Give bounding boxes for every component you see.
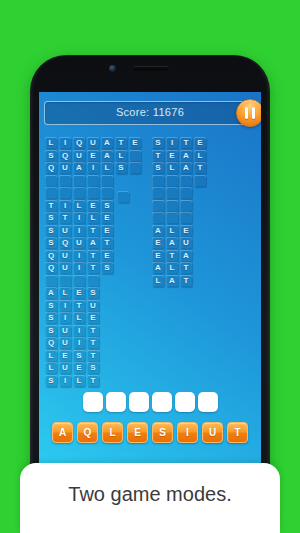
empty-tile — [166, 187, 178, 198]
empty-tile — [166, 200, 178, 211]
letter-tile: L — [45, 350, 57, 361]
empty-tile — [101, 187, 113, 198]
empty-tile — [59, 175, 71, 186]
letter-tile: S — [87, 362, 99, 373]
letter-tile: Q — [73, 137, 85, 148]
letter-tile: T — [194, 162, 206, 173]
letter-tile: L — [73, 375, 85, 386]
empty-tile — [117, 191, 129, 202]
letter-tile: S — [101, 262, 113, 273]
word-row: ETA — [152, 250, 206, 261]
word-row: LUES — [45, 362, 141, 373]
green-background: Score: 11676 LIQUATESQUEALQUAILSTILESSTI… — [0, 0, 300, 533]
phone-frame: Score: 11676 LIQUATESQUEALQUAILSTILESSTI… — [30, 55, 270, 533]
word-row: ALE — [152, 225, 206, 236]
letter-tile: U — [59, 262, 71, 273]
letter-tile: S — [45, 150, 57, 161]
letter-tile: E — [194, 137, 206, 148]
letter-tile: I — [73, 325, 85, 336]
letter-tile: T — [87, 350, 99, 361]
word-row: QUITS — [45, 262, 141, 273]
letter-tile: Q — [45, 250, 57, 261]
letter-tile: T — [87, 225, 99, 236]
rack-letter-tile[interactable]: S — [152, 422, 173, 443]
empty-tile — [180, 212, 192, 223]
rack-letter-tile[interactable]: Q — [77, 422, 98, 443]
empty-tile — [152, 187, 164, 198]
empty-tile — [194, 175, 206, 186]
empty-tile — [59, 275, 71, 286]
answer-slot[interactable] — [83, 392, 103, 412]
word-row: ALT — [152, 262, 206, 273]
empty-tile — [166, 212, 178, 223]
letter-tile: I — [59, 312, 71, 323]
letter-tile: A — [152, 262, 164, 273]
word-row: SUIT — [45, 325, 141, 336]
letter-tile: A — [180, 150, 192, 161]
word-row: SUITE — [45, 225, 141, 236]
letter-tile: E — [73, 287, 85, 298]
word-grid-right: SITETEALSLATALEEAUETAALTLAT — [152, 137, 206, 287]
letter-tile: I — [73, 250, 85, 261]
rack-letter-tile[interactable]: A — [52, 422, 73, 443]
word-row — [152, 187, 206, 198]
answer-slot[interactable] — [175, 392, 195, 412]
letter-tile: A — [101, 150, 113, 161]
letter-tile: U — [87, 137, 99, 148]
letter-rack: AQLESIUT — [39, 422, 261, 443]
letter-tile: S — [115, 162, 127, 173]
empty-tile — [152, 212, 164, 223]
letter-tile: T — [180, 275, 192, 286]
letter-tile: U — [59, 362, 71, 373]
letter-tile: E — [87, 200, 99, 211]
letter-tile: U — [59, 250, 71, 261]
letter-tile: S — [45, 212, 57, 223]
letter-tile: I — [59, 200, 71, 211]
letter-tile: S — [152, 137, 164, 148]
letter-tile: S — [45, 225, 57, 236]
empty-tile — [152, 175, 164, 186]
letter-tile: S — [45, 375, 57, 386]
letter-tile: L — [166, 262, 178, 273]
game-screen: Score: 11676 LIQUATESQUEALQUAILSTILESSTI… — [39, 92, 261, 463]
letter-tile: A — [180, 162, 192, 173]
letter-tile: T — [101, 237, 113, 248]
pause-icon — [245, 107, 255, 119]
letter-tile: T — [180, 137, 192, 148]
word-row: EAU — [152, 237, 206, 248]
letter-tile: U — [87, 300, 99, 311]
word-row: SILT — [45, 375, 141, 386]
letter-tile: I — [73, 212, 85, 223]
letter-tile: S — [45, 312, 57, 323]
letter-tile: A — [180, 250, 192, 261]
letter-tile: S — [152, 162, 164, 173]
empty-tile — [129, 150, 141, 161]
word-row: STILE — [45, 212, 141, 223]
letter-tile: L — [87, 212, 99, 223]
letter-tile: L — [73, 200, 85, 211]
letter-tile: L — [166, 162, 178, 173]
word-row: SQUEAL — [45, 150, 141, 161]
word-row — [152, 175, 206, 186]
rack-letter-tile[interactable]: U — [202, 422, 223, 443]
letter-tile: S — [45, 325, 57, 336]
speaker-slit — [133, 66, 169, 71]
answer-slot[interactable] — [129, 392, 149, 412]
pause-button[interactable] — [236, 99, 261, 127]
word-row — [45, 175, 141, 186]
camera-dot-icon — [109, 65, 116, 72]
empty-tile — [45, 187, 57, 198]
empty-tile — [166, 175, 178, 186]
empty-tile — [101, 175, 113, 186]
empty-tile — [152, 200, 164, 211]
answer-slot-row — [39, 392, 261, 412]
letter-tile: S — [45, 300, 57, 311]
letter-tile: T — [115, 137, 127, 148]
letter-tile: T — [166, 250, 178, 261]
empty-tile — [180, 200, 192, 211]
letter-tile: U — [59, 225, 71, 236]
letter-tile: L — [166, 225, 178, 236]
letter-tile: I — [73, 262, 85, 273]
word-row: LAT — [152, 275, 206, 286]
empty-tile — [73, 187, 85, 198]
empty-tile — [45, 275, 57, 286]
letter-tile: L — [73, 312, 85, 323]
empty-tile — [180, 187, 192, 198]
letter-tile: I — [166, 137, 178, 148]
word-row: LEST — [45, 350, 141, 361]
letter-tile: Q — [45, 337, 57, 348]
letter-tile: A — [87, 237, 99, 248]
answer-slot[interactable] — [152, 392, 172, 412]
letter-tile: U — [73, 150, 85, 161]
letter-tile: L — [152, 275, 164, 286]
letter-tile: E — [152, 250, 164, 261]
letter-tile: L — [45, 362, 57, 373]
empty-tile — [73, 275, 85, 286]
word-row: ALES — [45, 287, 141, 298]
letter-tile: T — [87, 375, 99, 386]
letter-tile: T — [87, 250, 99, 261]
empty-tile — [59, 187, 71, 198]
word-row: SITU — [45, 300, 141, 311]
answer-slot[interactable] — [106, 392, 126, 412]
letter-tile: U — [59, 325, 71, 336]
letter-tile: U — [73, 237, 85, 248]
letter-tile: T — [59, 212, 71, 223]
rack-letter-tile[interactable]: E — [127, 422, 148, 443]
letter-tile: E — [73, 362, 85, 373]
letter-tile: L — [59, 287, 71, 298]
letter-tile: T — [180, 262, 192, 273]
word-row: LIQUATE — [45, 137, 141, 148]
word-row — [45, 187, 141, 198]
word-row: SQUAT — [45, 237, 141, 248]
letter-tile: T — [45, 200, 57, 211]
letter-tile: T — [152, 150, 164, 161]
letter-tile: I — [73, 225, 85, 236]
letter-tile: A — [45, 287, 57, 298]
letter-tile: E — [152, 237, 164, 248]
letter-tile: L — [194, 150, 206, 161]
letter-tile: Q — [59, 150, 71, 161]
rack-letter-tile[interactable]: L — [102, 422, 123, 443]
word-row: TEAL — [152, 150, 206, 161]
letter-tile: T — [73, 300, 85, 311]
word-row — [45, 275, 141, 286]
caption-panel: Two game modes. — [20, 463, 280, 533]
letter-tile: U — [180, 237, 192, 248]
letter-tile: U — [59, 162, 71, 173]
caption-text: Two game modes. — [20, 463, 280, 506]
letter-tile: E — [180, 225, 192, 236]
letter-tile: E — [87, 150, 99, 161]
letter-tile: S — [45, 237, 57, 248]
letter-tile: Q — [59, 237, 71, 248]
empty-tile — [87, 175, 99, 186]
letter-tile: A — [152, 225, 164, 236]
score-text: Score: 11676 — [45, 102, 255, 123]
empty-tile — [45, 175, 57, 186]
word-grid-left: LIQUATESQUEALQUAILSTILESSTILESUITESQUATQ… — [45, 137, 141, 387]
letter-tile: Q — [45, 262, 57, 273]
letter-tile: S — [87, 287, 99, 298]
empty-tile — [129, 162, 141, 173]
score-bar: Score: 11676 — [44, 101, 256, 125]
letter-tile: T — [87, 337, 99, 348]
empty-tile — [180, 175, 192, 186]
letter-tile: Q — [45, 162, 57, 173]
word-row: QUIT — [45, 337, 141, 348]
letter-tile: A — [73, 162, 85, 173]
empty-tile — [73, 175, 85, 186]
word-row: SLAT — [152, 162, 206, 173]
letter-tile: T — [87, 262, 99, 273]
word-row — [152, 212, 206, 223]
letter-tile: S — [73, 350, 85, 361]
letter-tile: L — [45, 137, 57, 148]
empty-tile — [87, 275, 99, 286]
letter-tile: E — [166, 150, 178, 161]
letter-tile: T — [87, 325, 99, 336]
empty-tile — [87, 187, 99, 198]
letter-tile: L — [101, 162, 113, 173]
letter-tile: S — [101, 200, 113, 211]
letter-tile: E — [59, 350, 71, 361]
word-row: SILE — [45, 312, 141, 323]
letter-tile: U — [59, 337, 71, 348]
letter-tile: I — [59, 375, 71, 386]
letter-tile: I — [59, 137, 71, 148]
word-row: QUITE — [45, 250, 141, 261]
rack-letter-tile[interactable]: I — [177, 422, 198, 443]
rack-letter-tile[interactable]: T — [227, 422, 248, 443]
word-row — [152, 200, 206, 211]
letter-tile: A — [166, 275, 178, 286]
letter-tile: E — [101, 225, 113, 236]
letter-tile: E — [87, 312, 99, 323]
word-row: SITE — [152, 137, 206, 148]
letter-tile: A — [101, 137, 113, 148]
letter-tile: I — [87, 162, 99, 173]
letter-tile: I — [59, 300, 71, 311]
answer-slot[interactable] — [198, 392, 218, 412]
word-row: QUAILS — [45, 162, 141, 173]
letter-tile: I — [73, 337, 85, 348]
letter-tile: L — [115, 150, 127, 161]
letter-tile: E — [129, 137, 141, 148]
letter-tile: E — [101, 250, 113, 261]
letter-tile: A — [166, 237, 178, 248]
letter-tile: E — [101, 212, 113, 223]
